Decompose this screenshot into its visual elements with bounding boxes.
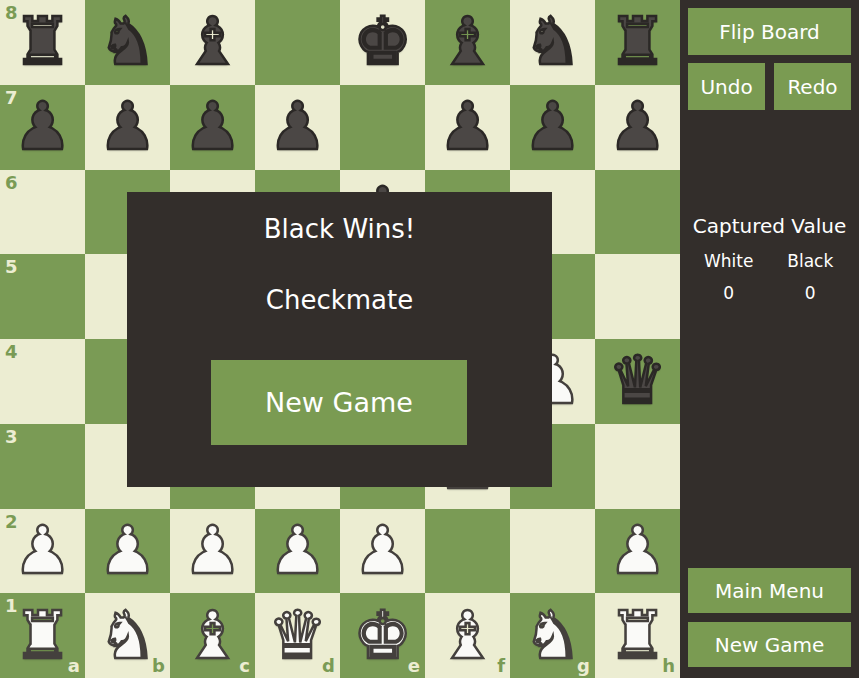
black-rook-h8[interactable]: ♜ [595, 0, 680, 85]
captured-value-panel: Captured Value White Black 0 0 [688, 214, 851, 303]
square-h1[interactable]: h♜ [595, 593, 680, 678]
square-h4[interactable]: ♛ [595, 339, 680, 424]
square-g7[interactable]: ♟ [510, 85, 595, 170]
square-h2[interactable]: ♟ [595, 509, 680, 594]
black-pawn-g7[interactable]: ♟ [510, 85, 595, 170]
black-knight-g8[interactable]: ♞ [510, 0, 595, 85]
black-bishop-f8[interactable]: ♝ [425, 0, 510, 85]
redo-button[interactable]: Redo [774, 63, 851, 110]
black-king-e8[interactable]: ♚ [340, 0, 425, 85]
square-b8[interactable]: ♞ [85, 0, 170, 85]
square-d8[interactable] [255, 0, 340, 85]
modal-title: Black Wins! [127, 214, 552, 244]
square-d1[interactable]: d♛ [255, 593, 340, 678]
captured-black-value: 0 [770, 283, 852, 303]
square-a4[interactable]: 4 [0, 339, 85, 424]
square-c7[interactable]: ♟ [170, 85, 255, 170]
square-h8[interactable]: ♜ [595, 0, 680, 85]
square-f8[interactable]: ♝ [425, 0, 510, 85]
square-f1[interactable]: f♝ [425, 593, 510, 678]
square-a2[interactable]: 2♟ [0, 509, 85, 594]
white-pawn-e2[interactable]: ♟ [340, 509, 425, 594]
main-menu-button[interactable]: Main Menu [688, 568, 851, 613]
white-pawn-c2[interactable]: ♟ [170, 509, 255, 594]
square-a7[interactable]: 7♟ [0, 85, 85, 170]
square-f2[interactable] [425, 509, 510, 594]
rank-label-6: 6 [5, 174, 18, 192]
sidebar: Flip Board Undo Redo Captured Value Whit… [680, 0, 859, 678]
square-e1[interactable]: e♚ [340, 593, 425, 678]
captured-white-value: 0 [688, 283, 770, 303]
white-knight-g1[interactable]: ♞ [510, 593, 595, 678]
black-pawn-a7[interactable]: ♟ [0, 85, 85, 170]
white-bishop-f1[interactable]: ♝ [425, 593, 510, 678]
square-h6[interactable] [595, 170, 680, 255]
white-rook-a1[interactable]: ♜ [0, 593, 85, 678]
white-pawn-h2[interactable]: ♟ [595, 509, 680, 594]
square-c2[interactable]: ♟ [170, 509, 255, 594]
square-h5[interactable] [595, 254, 680, 339]
black-pawn-h7[interactable]: ♟ [595, 85, 680, 170]
new-game-button[interactable]: New Game [688, 622, 851, 667]
square-a3[interactable]: 3 [0, 424, 85, 509]
black-pawn-b7[interactable]: ♟ [85, 85, 170, 170]
square-b2[interactable]: ♟ [85, 509, 170, 594]
square-g1[interactable]: g♞ [510, 593, 595, 678]
white-pawn-d2[interactable]: ♟ [255, 509, 340, 594]
black-pawn-f7[interactable]: ♟ [425, 85, 510, 170]
white-knight-b1[interactable]: ♞ [85, 593, 170, 678]
white-queen-d1[interactable]: ♛ [255, 593, 340, 678]
rank-label-4: 4 [5, 343, 18, 361]
square-d2[interactable]: ♟ [255, 509, 340, 594]
black-pawn-d7[interactable]: ♟ [255, 85, 340, 170]
black-pawn-c7[interactable]: ♟ [170, 85, 255, 170]
black-queen-h4[interactable]: ♛ [595, 339, 680, 424]
captured-value-title: Captured Value [688, 214, 851, 238]
white-pawn-b2[interactable]: ♟ [85, 509, 170, 594]
captured-black-label: Black [770, 251, 852, 271]
rank-label-3: 3 [5, 428, 18, 446]
square-e8[interactable]: ♚ [340, 0, 425, 85]
square-f7[interactable]: ♟ [425, 85, 510, 170]
square-g8[interactable]: ♞ [510, 0, 595, 85]
square-h3[interactable] [595, 424, 680, 509]
square-a1[interactable]: 1a♜ [0, 593, 85, 678]
square-c8[interactable]: ♝ [170, 0, 255, 85]
white-pawn-a2[interactable]: ♟ [0, 509, 85, 594]
game-over-modal: Black Wins! Checkmate New Game [127, 192, 552, 487]
flip-board-button[interactable]: Flip Board [688, 8, 851, 55]
black-bishop-c8[interactable]: ♝ [170, 0, 255, 85]
undo-redo-row: Undo Redo [688, 63, 851, 110]
square-e2[interactable]: ♟ [340, 509, 425, 594]
modal-subtitle: Checkmate [127, 285, 552, 315]
square-g2[interactable] [510, 509, 595, 594]
white-bishop-c1[interactable]: ♝ [170, 593, 255, 678]
square-a6[interactable]: 6 [0, 170, 85, 255]
square-d7[interactable]: ♟ [255, 85, 340, 170]
square-a8[interactable]: 8♜ [0, 0, 85, 85]
black-rook-a8[interactable]: ♜ [0, 0, 85, 85]
square-h7[interactable]: ♟ [595, 85, 680, 170]
undo-button[interactable]: Undo [688, 63, 765, 110]
square-b7[interactable]: ♟ [85, 85, 170, 170]
square-a5[interactable]: 5 [0, 254, 85, 339]
black-knight-b8[interactable]: ♞ [85, 0, 170, 85]
modal-new-game-button[interactable]: New Game [211, 360, 467, 445]
square-c1[interactable]: c♝ [170, 593, 255, 678]
white-king-e1[interactable]: ♚ [340, 593, 425, 678]
square-e7[interactable] [340, 85, 425, 170]
rank-label-5: 5 [5, 258, 18, 276]
white-rook-h1[interactable]: ♜ [595, 593, 680, 678]
square-b1[interactable]: b♞ [85, 593, 170, 678]
captured-white-label: White [688, 251, 770, 271]
